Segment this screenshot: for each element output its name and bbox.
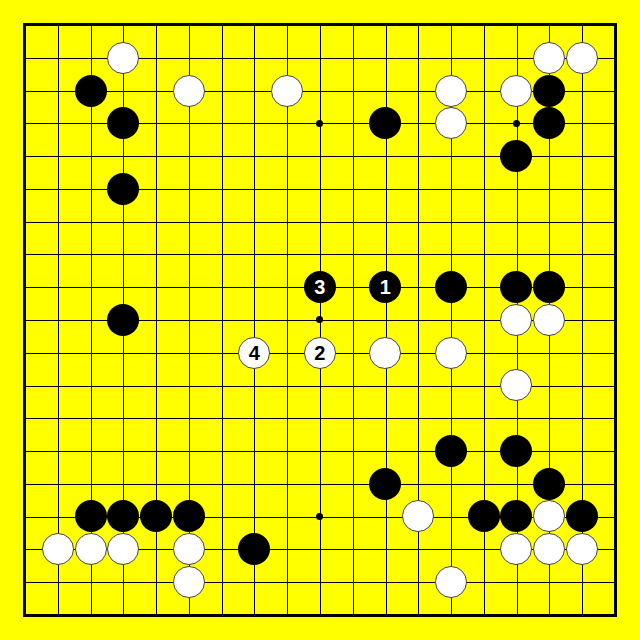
white-stone	[533, 42, 565, 74]
black-stone-move-1: 1	[369, 271, 401, 303]
white-stone	[533, 533, 565, 565]
black-stone	[566, 500, 598, 532]
white-stone	[107, 533, 139, 565]
go-board[interactable]: 3142	[9, 9, 632, 632]
white-stone	[402, 500, 434, 532]
black-stone	[369, 468, 401, 500]
white-stone	[173, 75, 205, 107]
white-stone	[369, 337, 401, 369]
white-stone	[533, 304, 565, 336]
star-point	[513, 120, 520, 127]
black-stone	[75, 75, 107, 107]
white-stone	[435, 337, 467, 369]
white-stone	[533, 500, 565, 532]
white-stone	[500, 304, 532, 336]
white-stone	[173, 566, 205, 598]
white-stone-move-2: 2	[304, 337, 336, 369]
black-stone	[107, 173, 139, 205]
move-number: 2	[314, 343, 325, 363]
black-stone	[533, 468, 565, 500]
white-stone	[500, 533, 532, 565]
black-stone	[173, 500, 205, 532]
black-stone	[369, 107, 401, 139]
black-stone	[500, 435, 532, 467]
black-stone	[500, 271, 532, 303]
white-stone	[271, 75, 303, 107]
black-stone	[75, 500, 107, 532]
black-stone	[533, 271, 565, 303]
white-stone	[42, 533, 74, 565]
black-stone	[533, 107, 565, 139]
black-stone	[435, 435, 467, 467]
black-stone	[468, 500, 500, 532]
white-stone	[435, 75, 467, 107]
black-stone-move-3: 3	[304, 271, 336, 303]
move-number: 3	[314, 277, 325, 297]
white-stone	[500, 75, 532, 107]
black-stone	[500, 500, 532, 532]
white-stone-move-4: 4	[238, 337, 270, 369]
black-stone	[107, 304, 139, 336]
black-stone	[107, 500, 139, 532]
white-stone	[435, 566, 467, 598]
white-stone	[566, 42, 598, 74]
black-stone	[238, 533, 270, 565]
black-stone	[500, 140, 532, 172]
white-stone	[435, 107, 467, 139]
go-diagram: 3142	[0, 0, 640, 640]
black-stone	[533, 75, 565, 107]
move-number: 4	[249, 343, 260, 363]
white-stone	[173, 533, 205, 565]
white-stone	[566, 533, 598, 565]
star-point	[316, 513, 323, 520]
black-stone	[140, 500, 172, 532]
white-stone	[500, 369, 532, 401]
white-stone	[107, 42, 139, 74]
move-number: 1	[380, 277, 391, 297]
black-stone	[107, 107, 139, 139]
star-point	[316, 120, 323, 127]
star-point	[316, 316, 323, 323]
white-stone	[75, 533, 107, 565]
black-stone	[435, 271, 467, 303]
